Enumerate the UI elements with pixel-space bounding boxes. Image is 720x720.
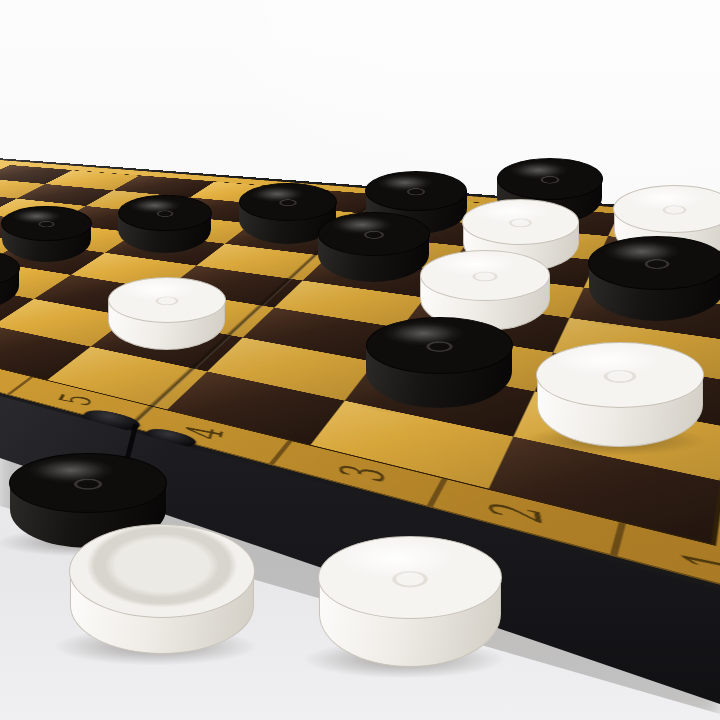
piece-top [69, 524, 255, 618]
black-piece[interactable] [318, 212, 430, 281]
white-piece[interactable] [108, 277, 226, 350]
piece-top [1, 206, 92, 241]
piece-top [366, 317, 513, 375]
black-piece[interactable] [588, 236, 720, 321]
black-piece[interactable] [0, 249, 20, 310]
piece-top [9, 453, 167, 513]
piece-top [318, 212, 430, 256]
black-piece[interactable] [118, 195, 212, 253]
black-piece[interactable] [366, 317, 513, 408]
pieces-layer [0, 0, 720, 720]
white-piece[interactable] [536, 342, 704, 446]
piece-top [118, 195, 212, 232]
piece-top [497, 158, 603, 200]
scene: ⛂⛂⛀⛂⛀⛂⛂⛂⛂⛀⛂⛀⛂⛀ 87654321 [0, 0, 720, 720]
piece-top [588, 236, 720, 290]
piece-top [365, 171, 467, 211]
piece-top [108, 277, 226, 323]
piece-top [536, 342, 704, 408]
piece-top [318, 536, 502, 618]
offboard-white-piece[interactable] [318, 536, 502, 667]
piece-top [462, 199, 579, 245]
offboard-white-piece[interactable] [69, 524, 255, 654]
